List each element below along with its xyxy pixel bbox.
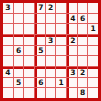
cell-r2c5[interactable]: [46, 14, 56, 24]
given-digit: 3: [48, 37, 53, 45]
cell-r5c6[interactable]: [56, 46, 66, 56]
cell-r2c9[interactable]: [88, 14, 98, 24]
cell-r5c3[interactable]: [24, 46, 34, 56]
cell-r8c9[interactable]: [88, 78, 98, 88]
cell-r1c1[interactable]: 3: [3, 3, 13, 13]
cell-r7c9[interactable]: [88, 67, 98, 77]
cell-r7c8[interactable]: 2: [78, 67, 88, 77]
cell-r5c4[interactable]: 5: [35, 46, 45, 56]
cell-r6c4[interactable]: [35, 56, 45, 66]
cell-r3c3[interactable]: [24, 24, 34, 34]
cell-r3c7[interactable]: [67, 24, 77, 34]
cell-r9c2[interactable]: [14, 88, 24, 98]
cell-r9c5[interactable]: [46, 88, 56, 98]
given-digit: 7: [38, 4, 43, 12]
cell-r1c2[interactable]: [14, 3, 24, 13]
cell-r1c3[interactable]: [24, 3, 34, 13]
cell-r2c4[interactable]: [35, 14, 45, 24]
given-digit: 4: [5, 69, 10, 77]
given-digit: 1: [91, 25, 96, 33]
given-digit: 2: [48, 4, 53, 12]
given-digit: 6: [38, 79, 43, 87]
cell-r7c2[interactable]: [14, 67, 24, 77]
cell-r5c1[interactable]: [3, 46, 13, 56]
cell-r8c2[interactable]: 5: [14, 78, 24, 88]
cell-r4c9[interactable]: [88, 35, 98, 45]
cell-r2c3[interactable]: [24, 14, 34, 24]
cell-r6c9[interactable]: [88, 56, 98, 66]
given-digit: 3: [70, 69, 75, 77]
cell-r1c9[interactable]: [88, 3, 98, 13]
cell-r4c7[interactable]: 2: [67, 35, 77, 45]
cell-r8c3[interactable]: [24, 78, 34, 88]
cell-r7c1[interactable]: 4: [3, 67, 13, 77]
given-digit: 8: [80, 89, 85, 97]
given-digit: 1: [59, 79, 64, 87]
cell-r1c8[interactable]: [78, 3, 88, 13]
given-digit: 2: [70, 37, 75, 45]
cell-r1c5[interactable]: 2: [46, 3, 56, 13]
given-digit: 2: [80, 69, 85, 77]
cell-r7c5[interactable]: [46, 67, 56, 77]
cell-r6c7[interactable]: [67, 56, 77, 66]
cell-r2c7[interactable]: 4: [67, 14, 77, 24]
cell-r8c8[interactable]: [78, 78, 88, 88]
cell-r3c5[interactable]: [46, 24, 56, 34]
given-digit: 4: [70, 15, 75, 23]
cell-r7c3[interactable]: [24, 67, 34, 77]
sudoku-board: 37246132654325618: [0, 0, 101, 101]
cell-r6c8[interactable]: [78, 56, 88, 66]
given-digit: 5: [16, 79, 21, 87]
cell-r9c8[interactable]: 8: [78, 88, 88, 98]
cell-r2c2[interactable]: [14, 14, 24, 24]
cell-r4c2[interactable]: [14, 35, 24, 45]
cell-r9c6[interactable]: [56, 88, 66, 98]
cell-r5c2[interactable]: 6: [14, 46, 24, 56]
cell-r9c1[interactable]: [3, 88, 13, 98]
cell-r8c4[interactable]: 6: [35, 78, 45, 88]
cell-r6c2[interactable]: [14, 56, 24, 66]
cell-r1c4[interactable]: 7: [35, 3, 45, 13]
cell-r8c7[interactable]: [67, 78, 77, 88]
cell-r4c3[interactable]: [24, 35, 34, 45]
cell-r7c6[interactable]: [56, 67, 66, 77]
cell-r3c6[interactable]: [56, 24, 66, 34]
cell-r6c5[interactable]: [46, 56, 56, 66]
cell-r9c7[interactable]: [67, 88, 77, 98]
cell-r7c4[interactable]: [35, 67, 45, 77]
cell-r3c4[interactable]: [35, 24, 45, 34]
cell-r9c4[interactable]: [35, 88, 45, 98]
cell-r6c6[interactable]: [56, 56, 66, 66]
cell-r3c1[interactable]: [3, 24, 13, 34]
cell-r4c8[interactable]: [78, 35, 88, 45]
cell-r5c8[interactable]: [78, 46, 88, 56]
cell-r1c6[interactable]: [56, 3, 66, 13]
given-digit: 5: [38, 47, 43, 55]
cell-r6c3[interactable]: [24, 56, 34, 66]
cell-r5c9[interactable]: [88, 46, 98, 56]
cell-r4c1[interactable]: [3, 35, 13, 45]
cell-r9c9[interactable]: [88, 88, 98, 98]
cell-r2c1[interactable]: [3, 14, 13, 24]
cell-r4c6[interactable]: [56, 35, 66, 45]
cell-r7c7[interactable]: 3: [67, 67, 77, 77]
cell-r2c8[interactable]: 6: [78, 14, 88, 24]
cell-r5c5[interactable]: [46, 46, 56, 56]
cell-r8c6[interactable]: 1: [56, 78, 66, 88]
cell-r8c1[interactable]: [3, 78, 13, 88]
given-digit: 3: [5, 4, 10, 12]
cell-r6c1[interactable]: [3, 56, 13, 66]
cell-r9c3[interactable]: [24, 88, 34, 98]
cell-r3c8[interactable]: [78, 24, 88, 34]
cell-r4c5[interactable]: 3: [46, 35, 56, 45]
cell-r2c6[interactable]: [56, 14, 66, 24]
cell-r1c7[interactable]: [67, 3, 77, 13]
cell-r4c4[interactable]: [35, 35, 45, 45]
given-digit: 6: [80, 15, 85, 23]
cell-r5c7[interactable]: [67, 46, 77, 56]
cell-r3c2[interactable]: [14, 24, 24, 34]
given-digit: 6: [16, 47, 21, 55]
cell-r8c5[interactable]: [46, 78, 56, 88]
cell-r3c9[interactable]: 1: [88, 24, 98, 34]
